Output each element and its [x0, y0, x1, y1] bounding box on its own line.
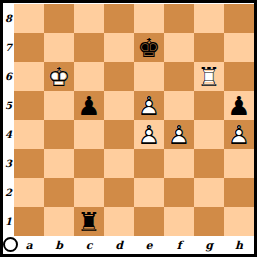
square-h1[interactable]: [224, 207, 254, 236]
square-d2[interactable]: [104, 178, 134, 207]
white-pawn: ♟♙: [134, 120, 164, 149]
square-b4[interactable]: [44, 120, 74, 149]
square-g2[interactable]: [194, 178, 224, 207]
rank-label-3: 3: [3, 149, 14, 178]
white-rook: ♜♖: [194, 62, 224, 91]
square-g3[interactable]: [194, 149, 224, 178]
square-a7[interactable]: [14, 33, 44, 62]
square-a3[interactable]: [14, 149, 44, 178]
square-c7[interactable]: [74, 33, 104, 62]
black-king: ♚: [134, 33, 164, 62]
white-pawn: ♟♙: [134, 91, 164, 120]
square-d3[interactable]: [104, 149, 134, 178]
square-c3[interactable]: [74, 149, 104, 178]
black-pawn: ♟: [74, 91, 104, 120]
white-pawn: ♟♙: [164, 120, 194, 149]
square-d5[interactable]: [104, 91, 134, 120]
square-c6[interactable]: [74, 62, 104, 91]
chess-board: ♚♚♔♜♖♟♟♙♟♟♙♟♙♟♙♜: [14, 4, 254, 236]
file-labels: abcdefgh: [14, 236, 254, 254]
square-h3[interactable]: [224, 149, 254, 178]
square-f8[interactable]: [164, 4, 194, 33]
white-to-move-indicator: [3, 237, 18, 252]
file-label-f: f: [164, 236, 194, 254]
square-d6[interactable]: [104, 62, 134, 91]
rank-label-1: 1: [3, 207, 14, 236]
file-label-e: e: [134, 236, 164, 254]
square-b2[interactable]: [44, 178, 74, 207]
file-label-b: b: [44, 236, 74, 254]
rank-label-8: 8: [3, 4, 14, 33]
square-c4[interactable]: [74, 120, 104, 149]
black-rook: ♜: [74, 207, 104, 236]
square-g1[interactable]: [194, 207, 224, 236]
black-pawn: ♟: [224, 91, 254, 120]
square-f4[interactable]: ♟♙: [164, 120, 194, 149]
square-f2[interactable]: [164, 178, 194, 207]
square-e8[interactable]: [134, 4, 164, 33]
square-c8[interactable]: [74, 4, 104, 33]
square-e3[interactable]: [134, 149, 164, 178]
rank-labels: 87654321: [3, 4, 14, 236]
square-f7[interactable]: [164, 33, 194, 62]
square-b1[interactable]: [44, 207, 74, 236]
square-d4[interactable]: [104, 120, 134, 149]
square-c2[interactable]: [74, 178, 104, 207]
square-f1[interactable]: [164, 207, 194, 236]
square-h7[interactable]: [224, 33, 254, 62]
square-e5[interactable]: ♟♙: [134, 91, 164, 120]
square-h2[interactable]: [224, 178, 254, 207]
square-g7[interactable]: [194, 33, 224, 62]
file-label-a: a: [14, 236, 44, 254]
rank-label-4: 4: [3, 120, 14, 149]
rank-label-6: 6: [3, 62, 14, 91]
rank-label-5: 5: [3, 91, 14, 120]
square-h6[interactable]: [224, 62, 254, 91]
square-b7[interactable]: [44, 33, 74, 62]
square-b5[interactable]: [44, 91, 74, 120]
square-b3[interactable]: [44, 149, 74, 178]
square-e1[interactable]: [134, 207, 164, 236]
square-c5[interactable]: ♟: [74, 91, 104, 120]
square-g4[interactable]: [194, 120, 224, 149]
square-g5[interactable]: [194, 91, 224, 120]
white-pawn: ♟♙: [224, 120, 254, 149]
square-h8[interactable]: [224, 4, 254, 33]
square-b6[interactable]: ♚♔: [44, 62, 74, 91]
rank-label-2: 2: [3, 178, 14, 207]
file-label-c: c: [74, 236, 104, 254]
square-e6[interactable]: [134, 62, 164, 91]
board-inner: 87654321 ♚♚♔♜♖♟♟♙♟♟♙♟♙♟♙♜ abcdefgh: [3, 3, 254, 254]
square-d8[interactable]: [104, 4, 134, 33]
square-b8[interactable]: [44, 4, 74, 33]
square-a2[interactable]: [14, 178, 44, 207]
square-a8[interactable]: [14, 4, 44, 33]
rank-label-7: 7: [3, 33, 14, 62]
square-e4[interactable]: ♟♙: [134, 120, 164, 149]
square-a1[interactable]: [14, 207, 44, 236]
square-a4[interactable]: [14, 120, 44, 149]
square-d1[interactable]: [104, 207, 134, 236]
chess-diagram: 87654321 ♚♚♔♜♖♟♟♙♟♟♙♟♙♟♙♜ abcdefgh: [0, 0, 257, 257]
square-e2[interactable]: [134, 178, 164, 207]
square-f5[interactable]: [164, 91, 194, 120]
square-g6[interactable]: ♜♖: [194, 62, 224, 91]
white-king: ♚♔: [44, 62, 74, 91]
square-a5[interactable]: [14, 91, 44, 120]
file-label-g: g: [194, 236, 224, 254]
square-f6[interactable]: [164, 62, 194, 91]
square-e7[interactable]: ♚: [134, 33, 164, 62]
square-g8[interactable]: [194, 4, 224, 33]
square-h5[interactable]: ♟: [224, 91, 254, 120]
square-c1[interactable]: ♜: [74, 207, 104, 236]
file-label-d: d: [104, 236, 134, 254]
square-d7[interactable]: [104, 33, 134, 62]
square-a6[interactable]: [14, 62, 44, 91]
square-f3[interactable]: [164, 149, 194, 178]
square-h4[interactable]: ♟♙: [224, 120, 254, 149]
file-label-h: h: [224, 236, 254, 254]
